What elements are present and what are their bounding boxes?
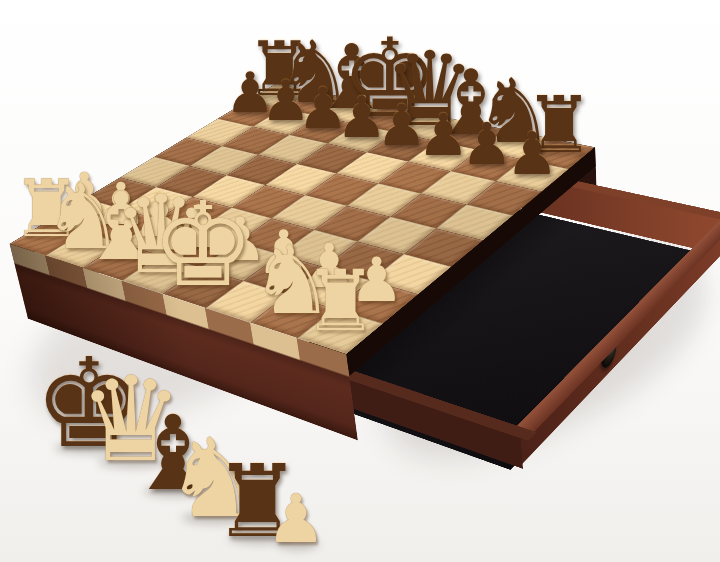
square-f5[interactable]	[347, 183, 421, 217]
piece-dark-pawn-h7[interactable]: ♟	[506, 124, 559, 183]
table-piece-light-pawn[interactable]: ♟	[266, 486, 326, 553]
piece-light-king-e1[interactable]: ♚	[151, 187, 255, 303]
square-g5[interactable]	[390, 193, 466, 228]
product-photo-stage: ♜♞♝♚♛♝♞♜♟♟♟♟♟♟♟♟♟♟♟♟♟♟♟♟♜♞♝♛♚♞♜ ♚♛♝♞♜♟	[0, 0, 720, 562]
piece-light-rook-h1[interactable]: ♜	[303, 258, 378, 342]
